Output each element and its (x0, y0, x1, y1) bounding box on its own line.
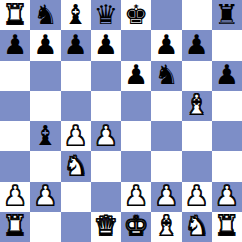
square-f6[interactable]: ♞ (151, 61, 181, 91)
black-bishop[interactable]: ♝ (64, 1, 88, 28)
square-c2[interactable] (61, 182, 91, 212)
square-f2[interactable]: ♟ (151, 182, 181, 212)
square-d6[interactable] (91, 61, 121, 91)
square-c5[interactable] (61, 91, 91, 121)
white-pawn[interactable]: ♟ (124, 182, 148, 209)
square-d5[interactable] (91, 91, 121, 121)
square-c1[interactable] (61, 212, 91, 242)
square-e6[interactable]: ♟ (121, 61, 151, 91)
square-b3[interactable] (30, 151, 60, 181)
square-e4[interactable] (121, 121, 151, 151)
square-a4[interactable] (0, 121, 30, 151)
square-b5[interactable] (30, 91, 60, 121)
square-c3[interactable]: ♞ (61, 151, 91, 181)
square-h3[interactable] (212, 151, 242, 181)
white-rook[interactable]: ♜ (3, 212, 27, 239)
square-d2[interactable] (91, 182, 121, 212)
square-f5[interactable] (151, 91, 181, 121)
black-pawn[interactable]: ♟ (124, 61, 148, 88)
square-f8[interactable] (151, 0, 181, 30)
white-king[interactable]: ♚ (124, 212, 148, 239)
square-f1[interactable]: ♝ (151, 212, 181, 242)
black-knight[interactable]: ♞ (154, 61, 178, 88)
square-b1[interactable] (30, 212, 60, 242)
white-pawn[interactable]: ♟ (185, 182, 209, 209)
white-pawn[interactable]: ♟ (94, 122, 118, 149)
square-d8[interactable]: ♛ (91, 0, 121, 30)
black-pawn[interactable]: ♟ (33, 31, 57, 58)
square-b2[interactable]: ♟ (30, 182, 60, 212)
square-g3[interactable] (182, 151, 212, 181)
square-d7[interactable]: ♟ (91, 30, 121, 60)
black-knight[interactable]: ♞ (33, 1, 57, 28)
square-a8[interactable]: ♜ (0, 0, 30, 30)
square-a1[interactable]: ♜ (0, 212, 30, 242)
square-e2[interactable]: ♟ (121, 182, 151, 212)
black-pawn[interactable]: ♟ (185, 31, 209, 58)
square-b8[interactable]: ♞ (30, 0, 60, 30)
black-queen[interactable]: ♛ (94, 1, 118, 28)
black-bishop[interactable]: ♝ (33, 122, 57, 149)
square-b4[interactable]: ♝ (30, 121, 60, 151)
square-a5[interactable] (0, 91, 30, 121)
square-h1[interactable]: ♜ (212, 212, 242, 242)
white-rook[interactable]: ♜ (3, 1, 27, 28)
black-king[interactable]: ♚ (124, 1, 148, 28)
square-h8[interactable]: ♜ (212, 0, 242, 30)
square-a7[interactable]: ♟ (0, 30, 30, 60)
square-e1[interactable]: ♚ (121, 212, 151, 242)
white-bishop[interactable]: ♝ (154, 212, 178, 239)
square-g7[interactable]: ♟ (182, 30, 212, 60)
black-pawn[interactable]: ♟ (94, 31, 118, 58)
white-pawn[interactable]: ♟ (3, 182, 27, 209)
square-b6[interactable] (30, 61, 60, 91)
black-pawn[interactable]: ♟ (154, 31, 178, 58)
square-a2[interactable]: ♟ (0, 182, 30, 212)
black-pawn[interactable]: ♟ (215, 61, 239, 88)
square-d3[interactable] (91, 151, 121, 181)
chess-board: ♜♞♝♛♚♜♟♟♟♟♟♟♟♞♟♝♝♟♟♞♟♟♟♟♟♟♜♛♚♝♞♜ (0, 0, 242, 242)
square-g6[interactable] (182, 61, 212, 91)
square-g5[interactable]: ♝ (182, 91, 212, 121)
black-pawn[interactable]: ♟ (3, 31, 27, 58)
white-knight[interactable]: ♞ (64, 152, 88, 179)
square-b7[interactable]: ♟ (30, 30, 60, 60)
white-rook[interactable]: ♜ (215, 212, 239, 239)
square-g1[interactable]: ♞ (182, 212, 212, 242)
square-c4[interactable]: ♟ (61, 121, 91, 151)
square-c8[interactable]: ♝ (61, 0, 91, 30)
square-e3[interactable] (121, 151, 151, 181)
white-queen[interactable]: ♛ (94, 212, 118, 239)
square-e7[interactable] (121, 30, 151, 60)
square-e8[interactable]: ♚ (121, 0, 151, 30)
square-h6[interactable]: ♟ (212, 61, 242, 91)
white-pawn[interactable]: ♟ (215, 182, 239, 209)
square-a3[interactable] (0, 151, 30, 181)
square-h2[interactable]: ♟ (212, 182, 242, 212)
square-h4[interactable] (212, 121, 242, 151)
black-rook[interactable]: ♜ (215, 1, 239, 28)
square-h7[interactable] (212, 30, 242, 60)
white-bishop[interactable]: ♝ (185, 91, 209, 118)
white-pawn[interactable]: ♟ (33, 182, 57, 209)
white-knight[interactable]: ♞ (185, 212, 209, 239)
square-d1[interactable]: ♛ (91, 212, 121, 242)
square-a6[interactable] (0, 61, 30, 91)
square-c6[interactable] (61, 61, 91, 91)
square-f4[interactable] (151, 121, 181, 151)
square-g4[interactable] (182, 121, 212, 151)
square-g2[interactable]: ♟ (182, 182, 212, 212)
square-c7[interactable]: ♟ (61, 30, 91, 60)
white-pawn[interactable]: ♟ (154, 182, 178, 209)
black-pawn[interactable]: ♟ (64, 31, 88, 58)
square-d4[interactable]: ♟ (91, 121, 121, 151)
square-e5[interactable] (121, 91, 151, 121)
white-pawn[interactable]: ♟ (64, 122, 88, 149)
square-f3[interactable] (151, 151, 181, 181)
square-f7[interactable]: ♟ (151, 30, 181, 60)
square-h5[interactable] (212, 91, 242, 121)
square-g8[interactable] (182, 0, 212, 30)
